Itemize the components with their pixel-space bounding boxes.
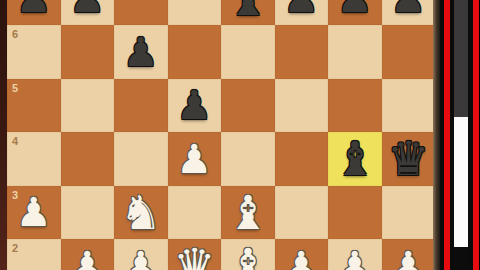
white-pawn-h2[interactable]: ♟ [382, 239, 434, 270]
black-pawn-g7[interactable]: ♟ [328, 0, 382, 25]
white-pawn-b2[interactable]: ♟ [61, 239, 115, 270]
square-g4[interactable]: ♝ [328, 132, 382, 186]
square-h6[interactable] [382, 25, 434, 79]
square-b7[interactable]: ♟ [61, 0, 115, 25]
square-c6[interactable]: ♟ [114, 25, 168, 79]
black-bishop-e7[interactable]: ♝ [221, 0, 275, 25]
rank-label-2: 2 [12, 242, 18, 254]
white-bishop-e2[interactable]: ♝ [221, 239, 275, 270]
side-panel-black-segment [454, 247, 468, 270]
white-queen-d2[interactable]: ♛ [168, 239, 222, 270]
screenshot-root: ♟♟♝♟♟♟6♟5♟4♟♝♛3♟♞♝2♟♟♛♝♟♟♟ [0, 0, 480, 270]
white-pawn-f2[interactable]: ♟ [275, 239, 329, 270]
square-d4[interactable]: ♟ [168, 132, 222, 186]
square-a4[interactable]: 4 [7, 132, 61, 186]
square-a5[interactable]: 5 [7, 79, 61, 133]
square-e7[interactable]: ♝ [221, 0, 275, 25]
square-c7[interactable] [114, 0, 168, 25]
board-bezel [433, 0, 440, 270]
square-h5[interactable] [382, 79, 434, 133]
right-frame [433, 0, 480, 270]
square-g6[interactable] [328, 25, 382, 79]
square-h7[interactable]: ♟ [382, 0, 434, 25]
square-a2[interactable]: 2 [7, 239, 61, 270]
square-a7[interactable]: ♟ [7, 0, 61, 25]
square-c5[interactable] [114, 79, 168, 133]
black-bishop-g4[interactable]: ♝ [328, 132, 382, 186]
square-e4[interactable] [221, 132, 275, 186]
white-pawn-g2[interactable]: ♟ [328, 239, 382, 270]
square-e6[interactable] [221, 25, 275, 79]
black-pawn-a7[interactable]: ♟ [7, 0, 61, 25]
square-c2[interactable]: ♟ [114, 239, 168, 270]
square-b4[interactable] [61, 132, 115, 186]
square-g2[interactable]: ♟ [328, 239, 382, 270]
square-d2[interactable]: ♛ [168, 239, 222, 270]
square-h2[interactable]: ♟ [382, 239, 434, 270]
black-pawn-f7[interactable]: ♟ [275, 0, 329, 25]
black-pawn-d5[interactable]: ♟ [168, 79, 222, 133]
square-g5[interactable] [328, 79, 382, 133]
square-h3[interactable] [382, 186, 434, 240]
square-d7[interactable] [168, 0, 222, 25]
square-c4[interactable] [114, 132, 168, 186]
side-panel-gray-segment [454, 0, 468, 117]
square-b3[interactable] [61, 186, 115, 240]
chess-board-viewport: ♟♟♝♟♟♟6♟5♟4♟♝♛3♟♞♝2♟♟♛♝♟♟♟ [7, 0, 433, 270]
square-a6[interactable]: 6 [7, 25, 61, 79]
square-c3[interactable]: ♞ [114, 186, 168, 240]
square-f6[interactable] [275, 25, 329, 79]
square-f7[interactable]: ♟ [275, 0, 329, 25]
square-b6[interactable] [61, 25, 115, 79]
rank-label-4: 4 [12, 135, 18, 147]
white-pawn-d4[interactable]: ♟ [168, 132, 222, 186]
black-pawn-b7[interactable]: ♟ [61, 0, 115, 25]
side-panel-white-segment [454, 117, 468, 247]
rank-label-6: 6 [12, 28, 18, 40]
square-d3[interactable] [168, 186, 222, 240]
black-pawn-c6[interactable]: ♟ [114, 25, 168, 79]
square-a3[interactable]: 3♟ [7, 186, 61, 240]
square-h4[interactable]: ♛ [382, 132, 434, 186]
square-e5[interactable] [221, 79, 275, 133]
square-f4[interactable] [275, 132, 329, 186]
left-frame-bar [0, 0, 7, 270]
black-queen-h4[interactable]: ♛ [382, 132, 434, 186]
square-d6[interactable] [168, 25, 222, 79]
square-e3[interactable]: ♝ [221, 186, 275, 240]
white-pawn-a3[interactable]: ♟ [7, 186, 61, 240]
square-g7[interactable]: ♟ [328, 0, 382, 25]
square-f3[interactable] [275, 186, 329, 240]
square-d5[interactable]: ♟ [168, 79, 222, 133]
white-pawn-c2[interactable]: ♟ [114, 239, 168, 270]
rank-label-5: 5 [12, 82, 18, 94]
side-panel [454, 0, 468, 270]
square-g3[interactable] [328, 186, 382, 240]
white-knight-c3[interactable]: ♞ [114, 186, 168, 240]
square-e2[interactable]: ♝ [221, 239, 275, 270]
square-f5[interactable] [275, 79, 329, 133]
black-pawn-h7[interactable]: ♟ [382, 0, 434, 25]
white-bishop-e3[interactable]: ♝ [221, 186, 275, 240]
square-b2[interactable]: ♟ [61, 239, 115, 270]
square-b5[interactable] [61, 79, 115, 133]
square-f2[interactable]: ♟ [275, 239, 329, 270]
chess-board[interactable]: ♟♟♝♟♟♟6♟5♟4♟♝♛3♟♞♝2♟♟♛♝♟♟♟ [7, 0, 433, 270]
